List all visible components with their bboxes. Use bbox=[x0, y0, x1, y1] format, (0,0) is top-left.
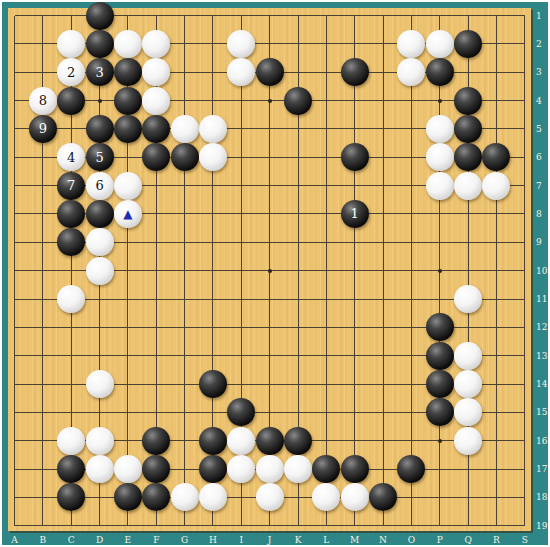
col-label-K: K bbox=[290, 534, 306, 546]
stone-white-I3[interactable] bbox=[227, 58, 255, 86]
stone-white-D7[interactable]: 6 bbox=[86, 172, 114, 200]
stone-black-P12[interactable] bbox=[426, 313, 454, 341]
move-number-label: 8 bbox=[39, 94, 47, 107]
stone-black-C18[interactable] bbox=[57, 483, 85, 511]
col-label-C: C bbox=[63, 534, 79, 546]
stone-black-F18[interactable] bbox=[142, 483, 170, 511]
col-label-D: D bbox=[92, 534, 108, 546]
stone-black-P15[interactable] bbox=[426, 398, 454, 426]
stone-black-M17[interactable] bbox=[341, 455, 369, 483]
stone-black-M6[interactable] bbox=[341, 143, 369, 171]
stone-white-P2[interactable] bbox=[426, 30, 454, 58]
stone-white-F4[interactable] bbox=[142, 87, 170, 115]
stone-white-K17[interactable] bbox=[284, 455, 312, 483]
grid-line-col-S bbox=[524, 16, 525, 526]
stone-white-B4[interactable]: 8 bbox=[29, 87, 57, 115]
stone-white-O3[interactable] bbox=[397, 58, 425, 86]
stone-black-E4[interactable] bbox=[114, 87, 142, 115]
stone-black-Q2[interactable] bbox=[454, 30, 482, 58]
stone-black-D3[interactable]: 3 bbox=[86, 58, 114, 86]
col-label-O: O bbox=[403, 534, 419, 546]
stone-black-C4[interactable] bbox=[57, 87, 85, 115]
stone-white-Q15[interactable] bbox=[454, 398, 482, 426]
stone-black-O17[interactable] bbox=[397, 455, 425, 483]
col-label-A: A bbox=[7, 534, 23, 546]
stone-white-Q11[interactable] bbox=[454, 285, 482, 313]
stone-white-F2[interactable] bbox=[142, 30, 170, 58]
move-number-label: 7 bbox=[67, 179, 75, 192]
star-point-P10 bbox=[438, 269, 442, 273]
grid-line-col-M bbox=[354, 16, 355, 526]
stone-white-E2[interactable] bbox=[114, 30, 142, 58]
move-number-label: 6 bbox=[95, 179, 103, 192]
row-label-18: 18 bbox=[536, 491, 550, 503]
stone-black-D5[interactable] bbox=[86, 115, 114, 143]
row-label-7: 7 bbox=[536, 180, 550, 192]
col-label-N: N bbox=[375, 534, 391, 546]
stone-black-E18[interactable] bbox=[114, 483, 142, 511]
star-point-J10 bbox=[268, 269, 272, 273]
stone-black-D1[interactable] bbox=[86, 2, 114, 30]
stone-black-M8[interactable]: 1 bbox=[341, 200, 369, 228]
stone-black-G6[interactable] bbox=[171, 143, 199, 171]
move-number-label: 5 bbox=[95, 151, 103, 164]
row-label-16: 16 bbox=[536, 435, 550, 447]
stone-white-D16[interactable] bbox=[86, 427, 114, 455]
grid-line-col-N bbox=[383, 16, 384, 526]
stone-black-J16[interactable] bbox=[256, 427, 284, 455]
stone-white-C3[interactable]: 2 bbox=[57, 58, 85, 86]
stone-black-H16[interactable] bbox=[199, 427, 227, 455]
stone-black-Q5[interactable] bbox=[454, 115, 482, 143]
stone-black-K16[interactable] bbox=[284, 427, 312, 455]
stone-white-E8[interactable]: ▲ bbox=[114, 200, 142, 228]
stone-white-D17[interactable] bbox=[86, 455, 114, 483]
stone-black-F6[interactable] bbox=[142, 143, 170, 171]
stone-black-D2[interactable] bbox=[86, 30, 114, 58]
stone-white-I2[interactable] bbox=[227, 30, 255, 58]
move-number-label: 4 bbox=[67, 151, 75, 164]
stone-black-D6[interactable]: 5 bbox=[86, 143, 114, 171]
col-label-M: M bbox=[347, 534, 363, 546]
stone-white-L18[interactable] bbox=[312, 483, 340, 511]
stone-white-Q13[interactable] bbox=[454, 342, 482, 370]
col-label-F: F bbox=[148, 534, 164, 546]
stone-white-J18[interactable] bbox=[256, 483, 284, 511]
stone-white-R7[interactable] bbox=[482, 172, 510, 200]
stone-white-O2[interactable] bbox=[397, 30, 425, 58]
stone-black-Q6[interactable] bbox=[454, 143, 482, 171]
go-diagram-screen: 23894576▲1 ABCDEFGHIJKLMNOPQRS1234567891… bbox=[0, 0, 550, 547]
stone-black-I15[interactable] bbox=[227, 398, 255, 426]
col-label-J: J bbox=[262, 534, 278, 546]
stone-black-F16[interactable] bbox=[142, 427, 170, 455]
col-label-I: I bbox=[233, 534, 249, 546]
stone-white-G18[interactable] bbox=[171, 483, 199, 511]
grid-line-col-L bbox=[326, 16, 327, 526]
stone-white-C11[interactable] bbox=[57, 285, 85, 313]
move-number-label: 2 bbox=[67, 66, 75, 79]
stone-black-C17[interactable] bbox=[57, 455, 85, 483]
stone-black-C8[interactable] bbox=[57, 200, 85, 228]
stone-white-G5[interactable] bbox=[171, 115, 199, 143]
stone-black-D8[interactable] bbox=[86, 200, 114, 228]
stone-black-Q4[interactable] bbox=[454, 87, 482, 115]
col-label-L: L bbox=[318, 534, 334, 546]
stone-white-D9[interactable] bbox=[86, 228, 114, 256]
grid-line-row-19 bbox=[15, 525, 525, 526]
star-point-P16 bbox=[438, 439, 442, 443]
row-label-12: 12 bbox=[536, 321, 550, 333]
col-label-Q: Q bbox=[460, 534, 476, 546]
stone-black-K4[interactable] bbox=[284, 87, 312, 115]
col-label-H: H bbox=[205, 534, 221, 546]
stone-white-E7[interactable] bbox=[114, 172, 142, 200]
star-point-J4 bbox=[268, 99, 272, 103]
stone-white-Q14[interactable] bbox=[454, 370, 482, 398]
stone-white-E17[interactable] bbox=[114, 455, 142, 483]
stone-white-C6[interactable]: 4 bbox=[57, 143, 85, 171]
row-label-5: 5 bbox=[536, 123, 550, 135]
grid-line-col-O bbox=[411, 16, 412, 526]
row-label-1: 1 bbox=[536, 10, 550, 22]
col-label-R: R bbox=[488, 534, 504, 546]
col-label-S: S bbox=[517, 534, 533, 546]
col-label-E: E bbox=[120, 534, 136, 546]
row-label-3: 3 bbox=[536, 66, 550, 78]
stone-black-P3[interactable] bbox=[426, 58, 454, 86]
stone-black-B5[interactable]: 9 bbox=[29, 115, 57, 143]
row-label-10: 10 bbox=[536, 265, 550, 277]
stone-white-Q7[interactable] bbox=[454, 172, 482, 200]
col-label-B: B bbox=[35, 534, 51, 546]
go-board[interactable]: 23894576▲1 bbox=[8, 8, 531, 531]
row-label-6: 6 bbox=[536, 151, 550, 163]
col-label-P: P bbox=[432, 534, 448, 546]
move-number-label: 9 bbox=[39, 122, 47, 135]
row-label-9: 9 bbox=[536, 236, 550, 248]
stone-black-F5[interactable] bbox=[142, 115, 170, 143]
star-point-P4 bbox=[438, 99, 442, 103]
stone-black-P13[interactable] bbox=[426, 342, 454, 370]
row-label-17: 17 bbox=[536, 463, 550, 475]
stone-black-N18[interactable] bbox=[369, 483, 397, 511]
stone-white-P7[interactable] bbox=[426, 172, 454, 200]
row-label-15: 15 bbox=[536, 406, 550, 418]
stone-white-H6[interactable] bbox=[199, 143, 227, 171]
stone-black-L17[interactable] bbox=[312, 455, 340, 483]
stone-black-C9[interactable] bbox=[57, 228, 85, 256]
stone-white-D14[interactable] bbox=[86, 370, 114, 398]
stone-white-H5[interactable] bbox=[199, 115, 227, 143]
row-label-11: 11 bbox=[536, 293, 550, 305]
star-point-D4 bbox=[98, 99, 102, 103]
grid-line-col-R bbox=[496, 16, 497, 526]
stone-white-P6[interactable] bbox=[426, 143, 454, 171]
stone-black-C7[interactable]: 7 bbox=[57, 172, 85, 200]
stone-black-F17[interactable] bbox=[142, 455, 170, 483]
grid-line-row-11 bbox=[15, 299, 525, 300]
stone-black-H17[interactable] bbox=[199, 455, 227, 483]
stone-white-C16[interactable] bbox=[57, 427, 85, 455]
stone-white-D10[interactable] bbox=[86, 257, 114, 285]
stone-white-P5[interactable] bbox=[426, 115, 454, 143]
row-label-2: 2 bbox=[536, 38, 550, 50]
row-label-13: 13 bbox=[536, 350, 550, 362]
stone-black-E3[interactable] bbox=[114, 58, 142, 86]
stone-black-R6[interactable] bbox=[482, 143, 510, 171]
stone-black-J3[interactable] bbox=[256, 58, 284, 86]
row-label-8: 8 bbox=[536, 208, 550, 220]
stone-white-C2[interactable] bbox=[57, 30, 85, 58]
move-number-label: 3 bbox=[95, 66, 103, 79]
stone-white-H18[interactable] bbox=[199, 483, 227, 511]
stone-white-M18[interactable] bbox=[341, 483, 369, 511]
col-label-G: G bbox=[177, 534, 193, 546]
stone-white-F3[interactable] bbox=[142, 58, 170, 86]
stone-white-J17[interactable] bbox=[256, 455, 284, 483]
row-label-14: 14 bbox=[536, 378, 550, 390]
stone-white-I16[interactable] bbox=[227, 427, 255, 455]
stone-black-P14[interactable] bbox=[426, 370, 454, 398]
stone-black-E5[interactable] bbox=[114, 115, 142, 143]
triangle-marker-icon: ▲ bbox=[123, 208, 132, 220]
stone-black-H14[interactable] bbox=[199, 370, 227, 398]
stone-white-Q16[interactable] bbox=[454, 427, 482, 455]
stone-white-I17[interactable] bbox=[227, 455, 255, 483]
row-label-19: 19 bbox=[536, 520, 550, 532]
stone-black-M3[interactable] bbox=[341, 58, 369, 86]
row-label-4: 4 bbox=[536, 95, 550, 107]
move-number-label: 1 bbox=[351, 207, 359, 220]
